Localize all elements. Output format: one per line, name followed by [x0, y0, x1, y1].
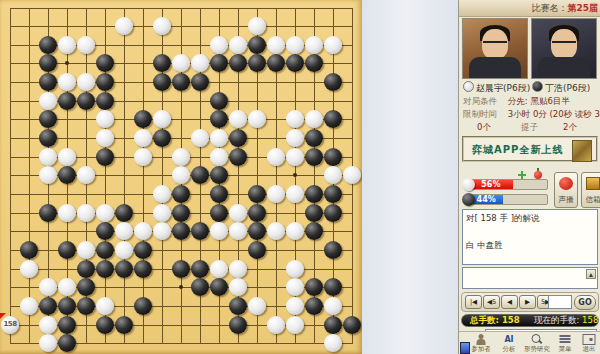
- black-stone: [172, 185, 190, 203]
- exit-icon: [583, 334, 596, 345]
- white-stone: [210, 36, 228, 54]
- black-stone: [134, 297, 152, 315]
- match-title-label: 比赛名：: [532, 3, 568, 13]
- white-stone: [229, 222, 247, 240]
- person-icon: [475, 334, 488, 345]
- winrate-track-white: 56%: [468, 179, 548, 190]
- black-stone: [96, 73, 114, 91]
- go-button[interactable]: GO: [574, 295, 596, 310]
- black-stone: [39, 73, 57, 91]
- white-stone: [96, 110, 114, 128]
- white-stone: [77, 204, 95, 222]
- white-stone: [324, 36, 342, 54]
- star-point: [65, 61, 69, 65]
- black-stone: [96, 222, 114, 240]
- black-stone: [229, 54, 247, 72]
- white-stone: [267, 148, 285, 166]
- white-stone: [77, 166, 95, 184]
- white-stone: [286, 316, 304, 334]
- black-stone: [305, 129, 323, 147]
- announcement-banner[interactable]: 弈城APP全新上线: [462, 136, 598, 162]
- time-value: 3小时 0分 (20秒 读秒 3番): [508, 109, 600, 119]
- black-stone: [210, 110, 228, 128]
- white-stone: [39, 278, 57, 296]
- black-stone: [248, 36, 266, 54]
- white-stone: [77, 73, 95, 91]
- white-stone: [267, 316, 285, 334]
- black-stone: [96, 54, 114, 72]
- white-stone: [153, 17, 171, 35]
- black-stone: [305, 278, 323, 296]
- black-stone: [39, 129, 57, 147]
- white-stone: [115, 241, 133, 259]
- winrate-bar-white: 56%: [462, 178, 550, 191]
- photo-glasses: [483, 41, 507, 48]
- white-stone: [153, 185, 171, 203]
- mailbox-button[interactable]: 信箱: [581, 172, 600, 208]
- black-stone: [324, 185, 342, 203]
- player-photo-right: [531, 18, 597, 79]
- voice-broadcast-button[interactable]: 声播: [554, 172, 578, 208]
- match-title-value: 第25届: [568, 3, 599, 13]
- black-stone: [96, 241, 114, 259]
- white-stone: [210, 148, 228, 166]
- black-stone: [96, 260, 114, 278]
- announcement-text: 弈城APP全新上线: [472, 143, 563, 157]
- white-stone: [153, 204, 171, 222]
- exit-button[interactable]: 退出: [575, 333, 600, 354]
- star-point: [293, 173, 297, 177]
- white-stone: [39, 148, 57, 166]
- white-stone: [229, 110, 247, 128]
- total-moves-value: 158: [502, 315, 520, 325]
- black-stone: [39, 110, 57, 128]
- player-name-black-text: 丁浩(P6段): [545, 83, 590, 93]
- white-stone: [248, 297, 266, 315]
- white-stone: [153, 110, 171, 128]
- black-stone: [248, 241, 266, 259]
- captures-black-count: 2个: [563, 122, 577, 134]
- player-name-white: 赵晨宇(P6段): [463, 81, 530, 93]
- captures-label: 提子: [521, 122, 538, 134]
- winrate-track-black: 44%: [468, 194, 548, 205]
- player-name-black: 丁浩(P6段): [532, 81, 590, 93]
- voice-icon: [559, 177, 573, 190]
- white-stone: [286, 110, 304, 128]
- black-stone: [248, 204, 266, 222]
- photo-torso: [469, 57, 521, 79]
- nav-first-button[interactable]: |◀: [465, 295, 482, 309]
- white-stone: [305, 36, 323, 54]
- white-winrate-value: 56%: [469, 180, 513, 189]
- black-stone: [115, 204, 133, 222]
- black-stone: [191, 260, 209, 278]
- commentary-result-line: 白 中盘胜: [466, 239, 594, 253]
- white-stone: [267, 185, 285, 203]
- white-stone: [20, 260, 38, 278]
- white-stone: [172, 166, 190, 184]
- white-stone: [153, 222, 171, 240]
- scroll-up-button[interactable]: [586, 269, 596, 279]
- white-stone: [134, 222, 152, 240]
- mini-corner-button[interactable]: [460, 342, 470, 354]
- star-point: [179, 285, 183, 289]
- white-stone: [267, 36, 285, 54]
- black-stone: [229, 297, 247, 315]
- white-stone: [210, 129, 228, 147]
- black-stone: [115, 260, 133, 278]
- black-stone: [324, 278, 342, 296]
- black-stone: [305, 54, 323, 72]
- winrate-bar-black: 44%: [462, 193, 550, 206]
- white-stone: [172, 54, 190, 72]
- current-move-label: 现在的手数:: [534, 315, 579, 325]
- black-stone: [58, 297, 76, 315]
- white-stone: [210, 260, 228, 278]
- black-stone: [191, 222, 209, 240]
- player-name-white-text: 赵晨宇(P6段): [476, 83, 530, 93]
- white-stone: [77, 36, 95, 54]
- black-stone: [267, 54, 285, 72]
- black-stone: [58, 334, 76, 352]
- current-move-value: 158: [582, 315, 598, 325]
- white-stone: [229, 260, 247, 278]
- white-stone: [96, 204, 114, 222]
- grid-line-h: [10, 26, 353, 27]
- game-conditions-row: 对局条件 分先: 黑贴6目半: [463, 96, 600, 108]
- black-stone: [324, 241, 342, 259]
- black-stone: [58, 166, 76, 184]
- move-counter-bar: 总手数: 158 现在的手数: 158: [461, 314, 599, 327]
- black-stone: [191, 73, 209, 91]
- white-stone: [58, 204, 76, 222]
- conditions-label: 对局条件: [463, 96, 497, 106]
- white-stone: [39, 334, 57, 352]
- white-stone: [248, 110, 266, 128]
- black-stone: [248, 185, 266, 203]
- bottom-toolbar: 参加者 AI 分析 形势研究 菜单 退出: [459, 331, 600, 354]
- white-stone: [58, 73, 76, 91]
- black-stone: [77, 297, 95, 315]
- conditions-value: 分先: 黑贴6目半: [508, 96, 570, 106]
- white-stone: [343, 166, 361, 184]
- white-stone: [286, 297, 304, 315]
- commentary-box[interactable]: 对[ 158 手 ]的解说 白 中盘胜: [462, 209, 598, 265]
- black-stone: [343, 316, 361, 334]
- white-stone: [191, 54, 209, 72]
- white-stone: [134, 129, 152, 147]
- chat-view-box[interactable]: [462, 267, 598, 289]
- white-stone: [286, 185, 304, 203]
- commentary-move-line: 对[ 158 手 ]的解说: [466, 212, 594, 226]
- game-info-panel: 比赛名：第25届 赵晨宇(P6段) 丁浩(P6段) 对局条件 分先: 黑贴6目半…: [458, 0, 600, 354]
- black-stone: [248, 54, 266, 72]
- black-stone: [324, 148, 342, 166]
- black-stone: [172, 222, 190, 240]
- white-stone: [172, 148, 190, 166]
- black-stone: [20, 241, 38, 259]
- white-stone: [39, 316, 57, 334]
- black-stone: [286, 54, 304, 72]
- black-stone: [115, 316, 133, 334]
- white-stone-icon: [463, 81, 474, 92]
- white-stone: [286, 36, 304, 54]
- nav-back5-button[interactable]: ◀5: [483, 295, 500, 309]
- black-stone: [324, 110, 342, 128]
- black-stone: [58, 92, 76, 110]
- move-number-input[interactable]: [548, 295, 572, 309]
- black-stone: [39, 54, 57, 72]
- menu-icon: [559, 334, 572, 345]
- move-navigation: |◀ ◀5 ◀ ▶ 5▶ ▶| GO: [461, 292, 599, 312]
- black-stone: [210, 204, 228, 222]
- photo-torso: [538, 57, 590, 79]
- white-stone: [229, 278, 247, 296]
- window-gap: [362, 0, 458, 354]
- black-stone: [172, 73, 190, 91]
- grid-line-h: [10, 8, 353, 9]
- white-stone: [229, 204, 247, 222]
- exit-label: 退出: [569, 345, 600, 354]
- black-stone: [305, 222, 323, 240]
- black-stone: [77, 92, 95, 110]
- black-stone: [210, 54, 228, 72]
- white-stone: [39, 166, 57, 184]
- white-stone: [39, 92, 57, 110]
- white-stone: [305, 110, 323, 128]
- nav-back-button[interactable]: ◀: [501, 295, 518, 309]
- black-stone: [172, 260, 190, 278]
- black-stone: [191, 278, 209, 296]
- white-stone: [96, 129, 114, 147]
- player-photo-left: [462, 18, 528, 79]
- black-stone: [96, 148, 114, 166]
- black-stone: [153, 129, 171, 147]
- ai-icon: AI: [503, 334, 516, 345]
- black-stone: [305, 204, 323, 222]
- black-stone: [229, 148, 247, 166]
- white-stone: [324, 297, 342, 315]
- observe-window: 158 比赛名：第25届 赵晨宇(P6段) 丁浩(P6段) 对局条件 分先: [0, 0, 600, 354]
- nav-forward-button[interactable]: ▶: [519, 295, 536, 309]
- white-stone: [96, 297, 114, 315]
- white-stone: [248, 17, 266, 35]
- white-stone: [229, 36, 247, 54]
- black-stone: [134, 110, 152, 128]
- white-stone: [191, 129, 209, 147]
- white-stone: [20, 297, 38, 315]
- white-stone: [286, 278, 304, 296]
- black-stone: [305, 297, 323, 315]
- black-stone: [210, 92, 228, 110]
- magnifier-icon: [531, 334, 544, 345]
- white-stone: [134, 148, 152, 166]
- black-stone: [96, 316, 114, 334]
- white-stone: [58, 148, 76, 166]
- white-stone: [324, 334, 342, 352]
- black-stone: [305, 148, 323, 166]
- black-stone: [229, 316, 247, 334]
- app-promo-icon: [572, 140, 592, 162]
- black-stone: [248, 222, 266, 240]
- black-stone: [39, 204, 57, 222]
- black-stone: [191, 166, 209, 184]
- white-stone: [58, 36, 76, 54]
- white-stone: [115, 17, 133, 35]
- white-stone-knob-icon[interactable]: [462, 178, 475, 191]
- time-limit-row: 限制时间 3小时 0分 (20秒 读秒 3番): [463, 109, 600, 121]
- white-stone: [324, 166, 342, 184]
- black-stone: [58, 316, 76, 334]
- white-stone: [286, 129, 304, 147]
- go-board[interactable]: 158: [0, 0, 362, 354]
- total-moves-label: 总手数:: [470, 315, 499, 325]
- black-stone: [324, 73, 342, 91]
- side-buttons: 声播 信箱 评分: [554, 172, 600, 208]
- last-move-stone: 158: [1, 316, 19, 334]
- white-stone: [115, 222, 133, 240]
- mailbox-label: 信箱: [582, 195, 600, 205]
- black-stone: [39, 36, 57, 54]
- black-stone: [134, 241, 152, 259]
- black-stone-knob-icon[interactable]: [462, 193, 475, 206]
- black-stone: [210, 185, 228, 203]
- black-stone: [305, 185, 323, 203]
- white-stone: [210, 222, 228, 240]
- captures-white-count: 0个: [477, 122, 491, 134]
- time-label: 限制时间: [463, 109, 497, 119]
- black-stone: [210, 278, 228, 296]
- black-stone: [153, 54, 171, 72]
- black-stone: [77, 260, 95, 278]
- white-stone: [286, 148, 304, 166]
- black-stone: [210, 166, 228, 184]
- black-stone: [58, 241, 76, 259]
- move-number-label: 158: [1, 320, 19, 328]
- white-stone: [77, 241, 95, 259]
- photo-glasses: [552, 41, 576, 48]
- black-stone: [39, 297, 57, 315]
- black-stone: [77, 278, 95, 296]
- black-stone: [229, 129, 247, 147]
- mailbox-icon: [586, 177, 600, 190]
- black-stone: [324, 316, 342, 334]
- match-title-bar: 比赛名：第25届: [459, 0, 600, 17]
- black-stone: [153, 73, 171, 91]
- black-stone: [324, 204, 342, 222]
- white-stone: [286, 260, 304, 278]
- voice-label: 声播: [555, 195, 577, 205]
- white-stone: [267, 222, 285, 240]
- black-stone: [96, 92, 114, 110]
- white-stone: [58, 278, 76, 296]
- black-stone-icon: [532, 81, 543, 92]
- white-stone: [286, 222, 304, 240]
- black-stone: [172, 204, 190, 222]
- black-stone: [134, 260, 152, 278]
